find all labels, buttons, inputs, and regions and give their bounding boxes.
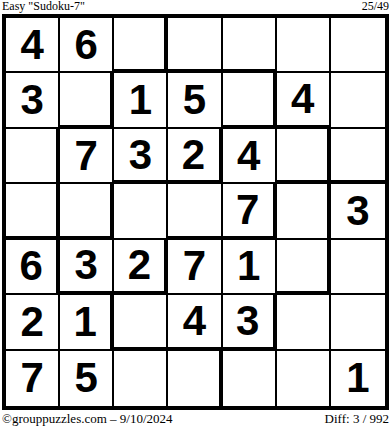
cell-r6c7-empty[interactable] [331, 295, 385, 350]
sudoku-board: 463154732473632712143751 [2, 14, 389, 410]
cell-r1c1-given[interactable]: 4 [6, 18, 60, 73]
cell-r3c6-empty[interactable] [277, 129, 331, 184]
cell-r7c3-empty[interactable] [114, 351, 168, 406]
header: Easy "Sudoku-7" 25/49 [2, 0, 389, 13]
cell-r6c3-empty[interactable] [114, 295, 168, 350]
cell-r5c1-given[interactable]: 6 [6, 240, 60, 295]
cell-r2c5-empty[interactable] [223, 73, 277, 128]
cell-r7c5-empty[interactable] [223, 351, 277, 406]
cell-r7c7-given[interactable]: 1 [331, 351, 385, 406]
cell-r3c4-given[interactable]: 2 [168, 129, 222, 184]
cell-r2c4-given[interactable]: 5 [168, 73, 222, 128]
copyright-text: ©grouppuzzles.com – 9/10/2024 [2, 411, 173, 426]
cell-r3c7-empty[interactable] [331, 129, 385, 184]
cell-r5c4-given[interactable]: 7 [168, 240, 222, 295]
cell-r6c6-empty[interactable] [277, 295, 331, 350]
cell-r1c2-given[interactable]: 6 [60, 18, 114, 73]
cell-r5c3-given[interactable]: 2 [114, 240, 168, 295]
cell-r1c5-empty[interactable] [223, 18, 277, 73]
cell-r2c2-empty[interactable] [60, 73, 114, 128]
cell-r2c7-empty[interactable] [331, 73, 385, 128]
cell-r1c3-empty[interactable] [114, 18, 168, 73]
cell-r6c4-given[interactable]: 4 [168, 295, 222, 350]
cell-r1c4-empty[interactable] [168, 18, 222, 73]
cell-r1c6-empty[interactable] [277, 18, 331, 73]
cell-r2c6-given[interactable]: 4 [277, 73, 331, 128]
cell-r6c1-given[interactable]: 2 [6, 295, 60, 350]
cell-r4c5-given[interactable]: 7 [223, 184, 277, 239]
cell-r6c5-given[interactable]: 3 [223, 295, 277, 350]
cell-r4c6-empty[interactable] [277, 184, 331, 239]
cell-r4c4-empty[interactable] [168, 184, 222, 239]
cell-r5c5-given[interactable]: 1 [223, 240, 277, 295]
cell-r4c7-given[interactable]: 3 [331, 184, 385, 239]
cell-r5c7-empty[interactable] [331, 240, 385, 295]
cell-r4c1-empty[interactable] [6, 184, 60, 239]
cell-r3c3-given[interactable]: 3 [114, 129, 168, 184]
cell-r6c2-given[interactable]: 1 [60, 295, 114, 350]
cell-r7c6-empty[interactable] [277, 351, 331, 406]
cell-r2c1-given[interactable]: 3 [6, 73, 60, 128]
cell-r3c2-given[interactable]: 7 [60, 129, 114, 184]
cell-r4c2-empty[interactable] [60, 184, 114, 239]
cell-r2c3-given[interactable]: 1 [114, 73, 168, 128]
cell-r1c7-empty[interactable] [331, 18, 385, 73]
puzzle-title: Easy "Sudoku-7" [2, 0, 85, 13]
footer: ©grouppuzzles.com – 9/10/2024 Diff: 3 / … [2, 411, 389, 426]
cell-r3c5-given[interactable]: 4 [223, 129, 277, 184]
page-indicator: 25/49 [362, 0, 389, 13]
cell-r5c2-given[interactable]: 3 [60, 240, 114, 295]
cell-r7c4-empty[interactable] [168, 351, 222, 406]
cell-r4c3-empty[interactable] [114, 184, 168, 239]
difficulty-text: Diff: 3 / 992 [325, 411, 389, 426]
cell-r7c1-given[interactable]: 7 [6, 351, 60, 406]
cell-r5c6-empty[interactable] [277, 240, 331, 295]
cell-r7c2-given[interactable]: 5 [60, 351, 114, 406]
cell-r3c1-empty[interactable] [6, 129, 60, 184]
puzzle-page: Easy "Sudoku-7" 25/49 463154732473632712… [0, 0, 391, 426]
